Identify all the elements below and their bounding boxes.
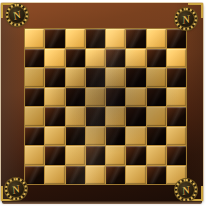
square-e3[interactable]	[106, 127, 125, 146]
square-c4[interactable]	[66, 107, 85, 126]
square-a1[interactable]	[25, 166, 44, 185]
square-f7[interactable]	[126, 49, 145, 68]
square-d5[interactable]	[86, 88, 105, 107]
square-d6[interactable]	[86, 68, 105, 87]
board-grid	[24, 28, 187, 185]
square-g8[interactable]	[147, 29, 166, 48]
photo-background: N N N N	[0, 0, 210, 210]
playing-area	[24, 28, 187, 185]
square-c3[interactable]	[66, 127, 85, 146]
square-a6[interactable]	[25, 68, 44, 87]
square-e4[interactable]	[106, 107, 125, 126]
square-a4[interactable]	[25, 107, 44, 126]
square-a2[interactable]	[25, 146, 44, 165]
square-d2[interactable]	[86, 146, 105, 165]
medallion-letter: N	[11, 183, 22, 196]
square-g3[interactable]	[147, 127, 166, 146]
square-b3[interactable]	[45, 127, 64, 146]
square-g2[interactable]	[147, 146, 166, 165]
chess-board: N N N N	[1, 3, 203, 201]
square-c1[interactable]	[66, 166, 85, 185]
square-f8[interactable]	[126, 29, 145, 48]
square-b1[interactable]	[45, 166, 64, 185]
square-b8[interactable]	[45, 29, 64, 48]
square-d7[interactable]	[86, 49, 105, 68]
square-c5[interactable]	[66, 88, 85, 107]
medallion-letter: N	[181, 13, 191, 25]
square-h5[interactable]	[167, 88, 186, 107]
square-f1[interactable]	[126, 166, 145, 185]
square-g1[interactable]	[147, 166, 166, 185]
square-h6[interactable]	[167, 68, 186, 87]
square-a3[interactable]	[25, 127, 44, 146]
square-g7[interactable]	[147, 49, 166, 68]
square-g6[interactable]	[147, 68, 166, 87]
square-f2[interactable]	[126, 146, 145, 165]
square-b6[interactable]	[45, 68, 64, 87]
medallion-letter: N	[12, 9, 23, 22]
square-e7[interactable]	[106, 49, 125, 68]
square-c2[interactable]	[66, 146, 85, 165]
square-b2[interactable]	[45, 146, 64, 165]
square-f4[interactable]	[126, 107, 145, 126]
napoleon-medallion-bottom-right: N	[175, 179, 197, 201]
square-d1[interactable]	[86, 166, 105, 185]
square-h8[interactable]	[167, 29, 186, 48]
square-g5[interactable]	[147, 88, 166, 107]
square-b7[interactable]	[45, 49, 64, 68]
square-f5[interactable]	[126, 88, 145, 107]
square-a8[interactable]	[25, 29, 44, 48]
napoleon-medallion-top-left: N	[6, 4, 28, 26]
square-f6[interactable]	[126, 68, 145, 87]
napoleon-medallion-top-right: N	[175, 8, 197, 30]
square-b5[interactable]	[45, 88, 64, 107]
square-e8[interactable]	[106, 29, 125, 48]
square-e2[interactable]	[106, 146, 125, 165]
square-g4[interactable]	[147, 107, 166, 126]
square-d3[interactable]	[86, 127, 105, 146]
square-a5[interactable]	[25, 88, 44, 107]
square-h3[interactable]	[167, 127, 186, 146]
square-h7[interactable]	[167, 49, 186, 68]
square-e5[interactable]	[106, 88, 125, 107]
medallion-letter: N	[181, 184, 191, 196]
square-e1[interactable]	[106, 166, 125, 185]
square-a7[interactable]	[25, 49, 44, 68]
square-d8[interactable]	[86, 29, 105, 48]
square-f3[interactable]	[126, 127, 145, 146]
square-b4[interactable]	[45, 107, 64, 126]
square-d4[interactable]	[86, 107, 105, 126]
square-h4[interactable]	[167, 107, 186, 126]
square-h2[interactable]	[167, 146, 186, 165]
square-e6[interactable]	[106, 68, 125, 87]
square-c8[interactable]	[66, 29, 85, 48]
square-c6[interactable]	[66, 68, 85, 87]
napoleon-medallion-bottom-left: N	[5, 178, 27, 200]
square-c7[interactable]	[66, 49, 85, 68]
